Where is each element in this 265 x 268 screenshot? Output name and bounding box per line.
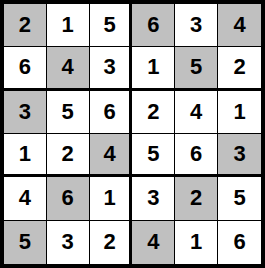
cell-r4c4[interactable]: 5 [132,134,175,177]
cell-r3c3[interactable]: 6 [90,91,133,134]
digit: 2 [62,143,74,165]
cell-r5c2[interactable]: 6 [47,177,90,220]
digit: 4 [190,101,202,123]
digit: 3 [103,56,115,78]
digit: 5 [19,231,31,253]
cell-r1c1[interactable]: 2 [4,4,47,47]
cell-r1c6[interactable]: 4 [218,4,261,47]
digit: 1 [233,101,245,123]
cell-r4c3[interactable]: 4 [90,134,133,177]
digit: 4 [233,14,245,36]
digit: 2 [19,14,31,36]
cell-r4c2[interactable]: 2 [47,134,90,177]
cell-r3c4[interactable]: 2 [132,91,175,134]
cell-r2c6[interactable]: 2 [218,47,261,90]
cell-r4c6[interactable]: 3 [218,134,261,177]
digit: 2 [233,56,245,78]
digit: 4 [103,143,115,165]
digit: 4 [147,231,159,253]
cell-r6c4[interactable]: 4 [132,221,175,264]
digit: 5 [62,101,74,123]
cell-r2c4[interactable]: 1 [132,47,175,90]
cell-r3c6[interactable]: 1 [218,91,261,134]
digit: 5 [233,187,245,209]
cell-r2c1[interactable]: 6 [4,47,47,90]
digit: 2 [190,187,202,209]
cell-r1c2[interactable]: 1 [47,4,90,47]
digit: 1 [190,231,202,253]
cell-r1c5[interactable]: 3 [175,4,218,47]
cell-r4c1[interactable]: 1 [4,134,47,177]
cell-r5c5[interactable]: 2 [175,177,218,220]
cell-r1c3[interactable]: 5 [90,4,133,47]
digit: 4 [62,56,74,78]
cell-r5c3[interactable]: 1 [90,177,133,220]
cell-r2c5[interactable]: 5 [175,47,218,90]
cell-r5c1[interactable]: 4 [4,177,47,220]
digit: 1 [62,14,74,36]
cell-r6c5[interactable]: 1 [175,221,218,264]
cell-r2c3[interactable]: 3 [90,47,133,90]
digit: 6 [62,187,74,209]
digit: 2 [147,101,159,123]
cell-r5c6[interactable]: 5 [218,177,261,220]
cell-r3c2[interactable]: 5 [47,91,90,134]
digit: 6 [233,231,245,253]
digit: 5 [147,143,159,165]
cell-r3c5[interactable]: 4 [175,91,218,134]
digit: 3 [233,143,245,165]
digit: 5 [103,14,115,36]
cell-r6c3[interactable]: 2 [90,221,133,264]
digit: 1 [19,143,31,165]
digit: 6 [147,14,159,36]
cell-r5c4[interactable]: 3 [132,177,175,220]
cell-r1c4[interactable]: 6 [132,4,175,47]
digit: 5 [190,56,202,78]
cell-r2c2[interactable]: 4 [47,47,90,90]
digit: 2 [103,231,115,253]
sudoku-board: 215634643152356241124563461325532416 [0,0,265,268]
digit: 3 [147,187,159,209]
digit: 3 [190,14,202,36]
digit: 6 [190,143,202,165]
cell-r6c1[interactable]: 5 [4,221,47,264]
digit: 3 [62,231,74,253]
digit: 4 [19,187,31,209]
digit: 1 [103,187,115,209]
cell-r6c6[interactable]: 6 [218,221,261,264]
digit: 1 [147,56,159,78]
digit: 3 [19,101,31,123]
cell-r4c5[interactable]: 6 [175,134,218,177]
digit: 6 [19,56,31,78]
cell-r3c1[interactable]: 3 [4,91,47,134]
digit: 6 [103,101,115,123]
cell-r6c2[interactable]: 3 [47,221,90,264]
